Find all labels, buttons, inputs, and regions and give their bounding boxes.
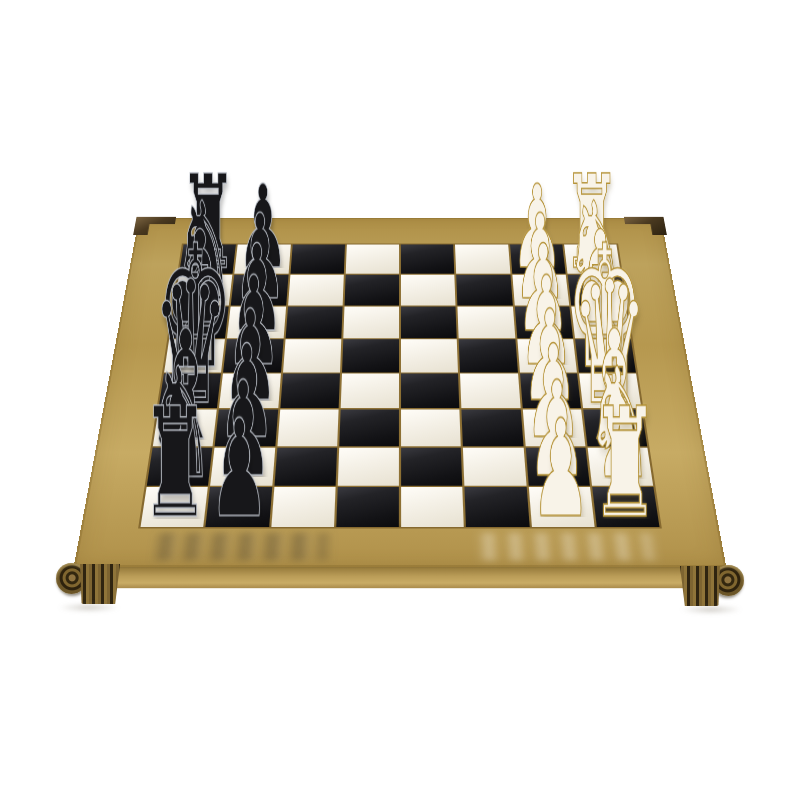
square-c4[interactable] [401,410,461,446]
square-c3[interactable] [462,410,523,446]
square-d3[interactable] [460,374,520,409]
square-g5[interactable] [344,275,399,305]
square-a6[interactable] [271,487,336,527]
piece-black-rook[interactable]: ♜ [141,388,209,540]
square-f3[interactable] [458,306,515,338]
product-photo-canvas: ♜♟♟♜♞♟♟♞♝♟♟♝♚♟♟♚♛♟♟♛♝♟♟♝♞♟♟♞♜♟♟♜ [0,0,800,800]
square-e6[interactable] [283,339,342,372]
square-d4[interactable] [401,374,460,409]
playing-area: ♜♟♟♜♞♟♟♞♝♟♟♝♚♟♟♚♛♟♟♛♝♟♟♝♞♟♟♞♜♟♟♜ [141,245,660,527]
scene: ♜♟♟♜♞♟♟♞♝♟♟♝♚♟♟♚♛♟♟♛♝♟♟♝♞♟♟♞♜♟♟♜ [0,0,800,800]
chessboard: ♜♟♟♜♞♟♟♞♝♟♟♝♚♟♟♚♛♟♟♛♝♟♟♝♞♟♟♞♜♟♟♜ [74,218,727,566]
square-f5[interactable] [343,306,399,338]
square-b3[interactable] [463,447,526,485]
square-e5[interactable] [342,339,399,372]
board-front-edge [74,567,727,589]
square-g3[interactable] [456,275,512,305]
square-c5[interactable] [339,410,399,446]
square-a7[interactable]: ♟ [206,487,272,527]
foot-flutes-icon [80,564,120,604]
square-h5[interactable] [345,245,399,274]
square-h3[interactable] [455,245,510,274]
square-e4[interactable] [401,339,458,372]
piece-black-pawn[interactable]: ♟ [209,402,269,537]
square-c6[interactable] [277,410,338,446]
square-a3[interactable] [465,487,530,527]
square-f4[interactable] [401,306,457,338]
square-g6[interactable] [288,275,344,305]
square-b5[interactable] [338,447,399,485]
square-g4[interactable] [401,275,456,305]
square-h4[interactable] [401,245,455,274]
foot-flutes-icon [680,566,720,606]
square-e3[interactable] [459,339,518,372]
square-b4[interactable] [401,447,462,485]
piece-white-rook[interactable]: ♜ [591,388,659,540]
square-a4[interactable] [401,487,464,527]
square-a1[interactable]: ♜ [592,487,660,527]
bronze-foot-left [56,560,122,606]
square-h6[interactable] [290,245,345,274]
piece-white-pawn[interactable]: ♟ [531,402,591,537]
black-pieces-reflection [147,533,328,561]
square-a8[interactable]: ♜ [141,487,209,527]
square-d5[interactable] [340,374,399,409]
square-f6[interactable] [285,306,342,338]
bronze-foot-right [678,562,744,608]
square-d6[interactable] [280,374,340,409]
square-a2[interactable]: ♟ [528,487,594,527]
white-pieces-reflection [473,533,654,561]
square-b6[interactable] [274,447,337,485]
square-a5[interactable] [336,487,399,527]
